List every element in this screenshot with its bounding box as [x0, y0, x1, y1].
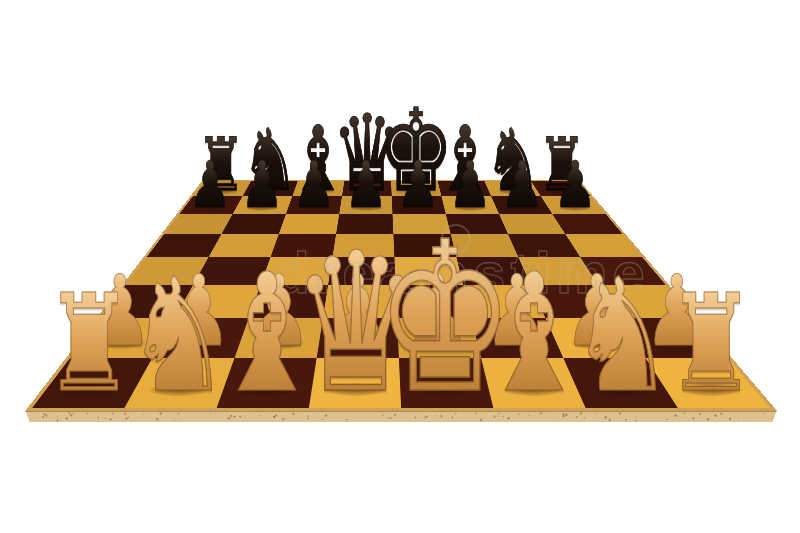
- square-b4: [193, 257, 270, 285]
- square-e1: [399, 358, 493, 408]
- square-c5: [271, 234, 337, 257]
- square-c1: [217, 358, 317, 408]
- square-d6: [336, 214, 393, 234]
- square-c4: [261, 257, 333, 285]
- square-c2: [235, 318, 323, 358]
- square-d4: [328, 257, 395, 285]
- square-f8: [438, 181, 491, 196]
- square-e2: [397, 318, 481, 358]
- square-c6: [279, 214, 339, 234]
- square-c7: [286, 196, 342, 213]
- square-d7: [339, 196, 392, 213]
- square-c8: [292, 181, 344, 196]
- square-f6: [446, 214, 508, 234]
- square-b8: [243, 181, 298, 196]
- square-d3: [323, 285, 397, 318]
- square-e5: [393, 234, 456, 257]
- square-h8: [531, 181, 591, 196]
- square-e6: [392, 214, 450, 234]
- square-c3: [249, 285, 328, 318]
- square-e4: [394, 257, 463, 285]
- square-b7: [233, 196, 292, 213]
- square-f5: [451, 234, 519, 257]
- square-e7: [392, 196, 446, 213]
- square-b5: [209, 234, 279, 257]
- square-e3: [396, 285, 472, 318]
- square-e8: [391, 181, 441, 196]
- square-d8: [342, 181, 392, 196]
- square-d1: [309, 358, 401, 408]
- square-h7: [541, 196, 606, 213]
- square-d5: [332, 234, 394, 257]
- square-b6: [222, 214, 286, 234]
- square-d2: [317, 318, 399, 358]
- square-f7: [441, 196, 498, 213]
- stock-photo-chess-scene: ♜♞♝♛♚♝♞♜♟♟♟♟♟♟♟♟♟♟♟♟♟♟♟♟♜♞♝♛♚♝♞♜ dreamst…: [0, 0, 800, 533]
